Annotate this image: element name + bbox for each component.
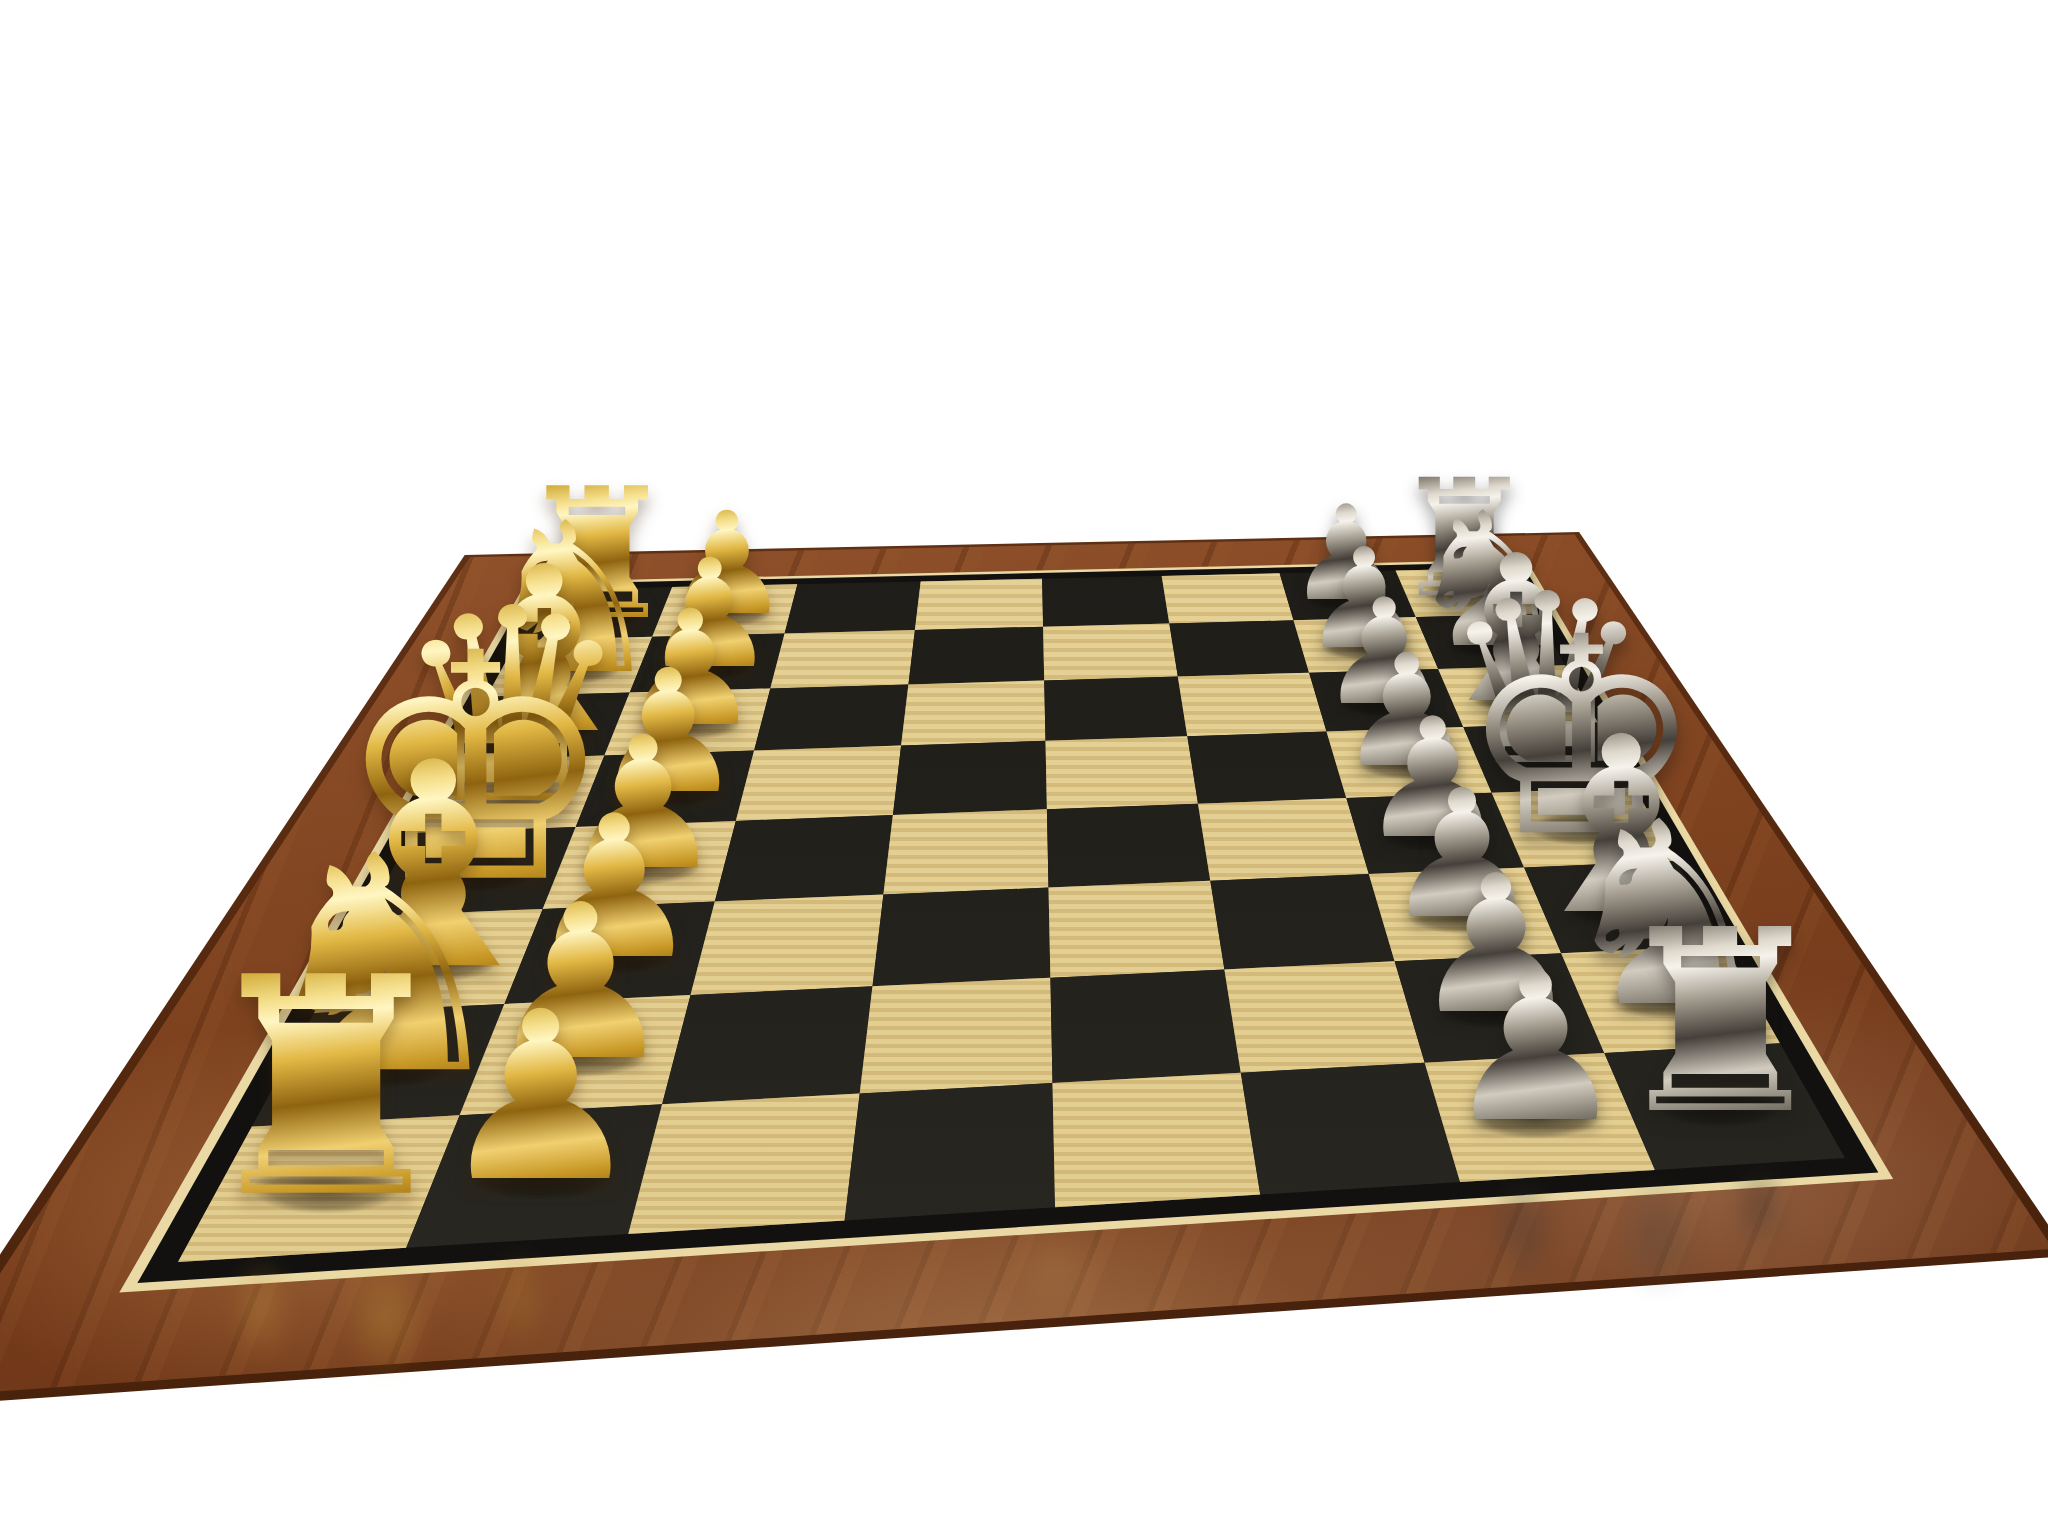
piece-black-pawn-h7[interactable]: ♟ xyxy=(1443,945,1628,1151)
product-photo-scene: ♜♞♝♛♚♝♞♜♟♟♟♟♟♟♟♟♟♟♟♟♟♟♟♟♜♞♝♛♚♝♞♜ xyxy=(0,0,2048,1536)
piece-white-pawn-h2[interactable]: ♟ xyxy=(436,981,645,1214)
wood-reflection xyxy=(481,1229,561,1369)
wood-reflection xyxy=(1478,1152,1568,1302)
wood-reflection xyxy=(331,1240,441,1400)
piece-white-rook-h1[interactable]: ♜ xyxy=(191,938,460,1239)
wood-reflection xyxy=(986,1209,1126,1329)
wood-reflection xyxy=(1603,1155,1713,1315)
chess-board: ♜♞♝♛♚♝♞♜♟♟♟♟♟♟♟♟♟♟♟♟♟♟♟♟♜♞♝♛♚♝♞♜ xyxy=(0,0,2048,1536)
piece-black-rook-h8[interactable]: ♜ xyxy=(1607,897,1833,1149)
